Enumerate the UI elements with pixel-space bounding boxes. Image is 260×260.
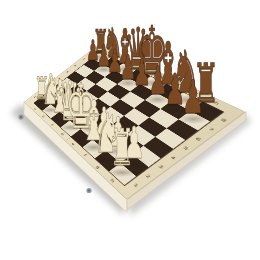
pieces-layer: ♜♞♝♛♚♝♞♜♟♟♟♟♟♟♟♟♟♟♟♟♟♟♟♟♜♞♝♛♚♝♞♜ [0, 0, 260, 260]
chess-set-photo: aabbccddeeffgghh8877665544332211 ♜♞♝♛♚♝♞… [0, 0, 260, 260]
piece-white-rook-h1[interactable]: ♜ [110, 123, 135, 174]
piece-black-pawn-h7[interactable]: ♟ [182, 74, 205, 120]
